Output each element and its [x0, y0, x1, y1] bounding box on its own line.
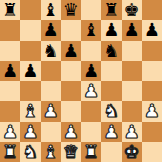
square-e2[interactable] [81, 122, 101, 142]
square-a6[interactable] [0, 41, 20, 61]
white-pawn-a2: ♟ [2, 122, 18, 140]
black-pawn-c7: ♟ [43, 21, 59, 39]
white-rook-e1: ♜ [83, 142, 99, 160]
white-pawn-b2: ♟ [22, 122, 38, 140]
square-h4[interactable] [142, 81, 162, 101]
black-pawn-a5: ♟ [2, 61, 18, 79]
square-e7[interactable]: ♝ [81, 20, 101, 40]
square-d7[interactable] [61, 20, 81, 40]
square-f1[interactable] [101, 142, 121, 162]
square-a8[interactable]: ♜ [0, 0, 20, 20]
black-rook-f8: ♜ [103, 1, 119, 19]
square-f8[interactable]: ♜ [101, 0, 121, 20]
white-knight-b1: ♞ [22, 142, 38, 160]
square-c1[interactable]: ♝ [41, 142, 61, 162]
black-knight-c6: ♞ [43, 41, 59, 59]
square-c2[interactable] [41, 122, 61, 142]
square-f7[interactable]: ♟ [101, 20, 121, 40]
square-e5[interactable]: ♟ [81, 61, 101, 81]
white-pawn-d2: ♟ [63, 122, 79, 140]
square-e1[interactable]: ♜ [81, 142, 101, 162]
black-queen-d8: ♛ [63, 1, 79, 19]
chess-board: ♜♝♛♜♚♟♝♟♟♟♞♟♞♟♟♟♟♝♟♞♟♟♟♟♟♟♜♞♝♛♜♚ [0, 0, 162, 162]
square-b1[interactable]: ♞ [20, 142, 40, 162]
square-c6[interactable]: ♞ [41, 41, 61, 61]
black-knight-f6: ♞ [103, 41, 119, 59]
white-bishop-b3: ♝ [22, 102, 38, 120]
square-b3[interactable]: ♝ [20, 101, 40, 121]
black-pawn-h7: ♟ [144, 21, 160, 39]
white-bishop-c1: ♝ [43, 142, 59, 160]
white-queen-d1: ♛ [63, 142, 79, 160]
white-rook-a1: ♜ [2, 142, 18, 160]
square-d2[interactable]: ♟ [61, 122, 81, 142]
square-h3[interactable]: ♟ [142, 101, 162, 121]
square-c4[interactable] [41, 81, 61, 101]
square-e4[interactable]: ♟ [81, 81, 101, 101]
white-king-g1: ♚ [124, 142, 140, 160]
square-d5[interactable] [61, 61, 81, 81]
black-bishop-e7: ♝ [83, 21, 99, 39]
square-f5[interactable] [101, 61, 121, 81]
square-h5[interactable] [142, 61, 162, 81]
square-b7[interactable] [20, 20, 40, 40]
white-pawn-c3: ♟ [43, 102, 59, 120]
black-pawn-f7: ♟ [103, 21, 119, 39]
white-pawn-e4: ♟ [83, 82, 99, 100]
square-g4[interactable] [122, 81, 142, 101]
square-g7[interactable]: ♟ [122, 20, 142, 40]
square-f3[interactable]: ♞ [101, 101, 121, 121]
black-king-g8: ♚ [124, 1, 140, 19]
white-pawn-g2: ♟ [124, 122, 140, 140]
square-a5[interactable]: ♟ [0, 61, 20, 81]
black-pawn-b5: ♟ [22, 61, 38, 79]
square-d4[interactable] [61, 81, 81, 101]
black-pawn-d6: ♟ [63, 41, 79, 59]
square-h1[interactable] [142, 142, 162, 162]
square-g3[interactable] [122, 101, 142, 121]
square-c5[interactable] [41, 61, 61, 81]
square-b2[interactable]: ♟ [20, 122, 40, 142]
square-d6[interactable]: ♟ [61, 41, 81, 61]
square-a2[interactable]: ♟ [0, 122, 20, 142]
square-b6[interactable] [20, 41, 40, 61]
black-bishop-c8: ♝ [43, 1, 59, 19]
square-h2[interactable] [142, 122, 162, 142]
black-pawn-g7: ♟ [124, 21, 140, 39]
square-a7[interactable] [0, 20, 20, 40]
white-knight-f3: ♞ [103, 102, 119, 120]
square-d8[interactable]: ♛ [61, 0, 81, 20]
white-pawn-h3: ♟ [144, 102, 160, 120]
square-g8[interactable]: ♚ [122, 0, 142, 20]
square-h6[interactable] [142, 41, 162, 61]
square-b5[interactable]: ♟ [20, 61, 40, 81]
square-c3[interactable]: ♟ [41, 101, 61, 121]
square-e3[interactable] [81, 101, 101, 121]
square-f6[interactable]: ♞ [101, 41, 121, 61]
square-c7[interactable]: ♟ [41, 20, 61, 40]
square-a1[interactable]: ♜ [0, 142, 20, 162]
square-a3[interactable] [0, 101, 20, 121]
square-h8[interactable] [142, 0, 162, 20]
square-b4[interactable] [20, 81, 40, 101]
white-pawn-f2: ♟ [103, 122, 119, 140]
square-f4[interactable] [101, 81, 121, 101]
square-e6[interactable] [81, 41, 101, 61]
square-f2[interactable]: ♟ [101, 122, 121, 142]
black-pawn-e5: ♟ [83, 61, 99, 79]
square-b8[interactable] [20, 0, 40, 20]
square-d1[interactable]: ♛ [61, 142, 81, 162]
square-a4[interactable] [0, 81, 20, 101]
square-g6[interactable] [122, 41, 142, 61]
black-rook-a8: ♜ [2, 1, 18, 19]
square-g2[interactable]: ♟ [122, 122, 142, 142]
square-e8[interactable] [81, 0, 101, 20]
square-d3[interactable] [61, 101, 81, 121]
square-c8[interactable]: ♝ [41, 0, 61, 20]
square-g1[interactable]: ♚ [122, 142, 142, 162]
square-g5[interactable] [122, 61, 142, 81]
square-h7[interactable]: ♟ [142, 20, 162, 40]
